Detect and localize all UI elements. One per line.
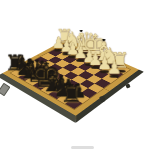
white-pawn-glyph: ♟ — [106, 59, 121, 76]
black-rook-glyph: ♜ — [60, 82, 82, 107]
square-h8[interactable]: ♜ — [65, 99, 82, 109]
watermark — [71, 146, 94, 149]
hinge-icon — [0, 83, 10, 97]
board-squares: ♜♞♝♛♚♝♞♜♟♟♟♟♟♟♟♟♟♟♟♟♟♟♟♟♜♞♝♛♚♝♞♜ — [11, 42, 130, 109]
piece-black-rook[interactable]: ♜ — [60, 82, 82, 107]
chess-board: ♜♞♝♛♚♝♞♜♟♟♟♟♟♟♟♟♟♟♟♟♟♟♟♟♜♞♝♛♚♝♞♜ — [0, 39, 144, 123]
piece-white-pawn[interactable]: ♟ — [106, 59, 121, 76]
chess-set-product-photo: ♜♞♝♛♚♝♞♜♟♟♟♟♟♟♟♟♟♟♟♟♟♟♟♟♜♞♝♛♚♝♞♜ — [0, 0, 150, 150]
clasp-small-icon — [125, 83, 130, 88]
piece-base-ring — [109, 75, 119, 78]
